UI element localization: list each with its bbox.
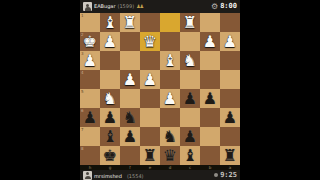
square-h1[interactable]: 1	[80, 13, 100, 32]
square-e1[interactable]	[140, 13, 160, 32]
square-b4[interactable]	[200, 70, 220, 89]
black-bishop: ♝	[180, 146, 200, 165]
top-player-clock: 8:00	[220, 3, 237, 10]
square-a4[interactable]	[220, 70, 240, 89]
black-queen: ♛	[160, 146, 180, 165]
square-a2[interactable]: ♟	[220, 32, 240, 51]
black-bishop: ♝	[100, 127, 120, 146]
square-f7[interactable]: ♟	[120, 127, 140, 146]
square-g7[interactable]: ♝	[100, 127, 120, 146]
rank-label-7: 7	[81, 128, 84, 132]
bottom-player-name: mrsimshed	[94, 173, 122, 179]
white-pawn: ♟	[160, 89, 180, 108]
white-bishop: ♝	[160, 51, 180, 70]
black-king: ♚	[100, 146, 120, 165]
square-a1[interactable]	[220, 13, 240, 32]
bottom-player-clock: 9:25	[220, 172, 237, 179]
square-b7[interactable]	[200, 127, 220, 146]
square-b6[interactable]	[200, 108, 220, 127]
square-d5[interactable]: ♟	[160, 89, 180, 108]
square-c5[interactable]: ♟	[180, 89, 200, 108]
square-b1[interactable]	[200, 13, 220, 32]
square-e8[interactable]: ♜	[140, 146, 160, 165]
square-b3[interactable]	[200, 51, 220, 70]
square-d7[interactable]: ♞	[160, 127, 180, 146]
black-rook: ♜	[220, 146, 240, 165]
square-f3[interactable]	[120, 51, 140, 70]
bottom-player-info: mrsimshed (1554) ♟	[94, 163, 144, 180]
black-pawn: ♟	[180, 127, 200, 146]
chess-board: 1♝♜♜2♚♟♛♟♟3♟♝♞4♟♟5♞♟♟♟6♟♟♞♟7♝♟♞♟8♚♜♛♝♜	[80, 13, 240, 165]
bottom-player-rating: (1554)	[127, 173, 144, 179]
square-f8[interactable]	[120, 146, 140, 165]
black-knight: ♞	[160, 127, 180, 146]
square-c2[interactable]	[180, 32, 200, 51]
square-d6[interactable]	[160, 108, 180, 127]
white-rook: ♜	[120, 13, 140, 32]
rank-label-6: 6	[81, 109, 84, 113]
black-pawn: ♟	[220, 108, 240, 127]
square-g2[interactable]: ♟	[100, 32, 120, 51]
square-g6[interactable]: ♟	[100, 108, 120, 127]
square-c6[interactable]	[180, 108, 200, 127]
square-a7[interactable]	[220, 127, 240, 146]
square-h3[interactable]: 3♟	[80, 51, 100, 70]
rank-label-1: 1	[81, 14, 84, 18]
square-f6[interactable]: ♞	[120, 108, 140, 127]
file-label-d: d	[160, 165, 180, 170]
square-d4[interactable]	[160, 70, 180, 89]
square-f1[interactable]: ♜	[120, 13, 140, 32]
square-d2[interactable]	[160, 32, 180, 51]
white-bishop: ♝	[100, 13, 120, 32]
white-knight: ♞	[180, 51, 200, 70]
square-h6[interactable]: 6♟	[80, 108, 100, 127]
white-pawn: ♟	[120, 70, 140, 89]
square-d3[interactable]: ♝	[160, 51, 180, 70]
square-b8[interactable]	[200, 146, 220, 165]
square-a8[interactable]: ♜	[220, 146, 240, 165]
square-e5[interactable]	[140, 89, 160, 108]
white-pawn: ♟	[200, 32, 220, 51]
square-h5[interactable]: 5	[80, 89, 100, 108]
square-f4[interactable]: ♟	[120, 70, 140, 89]
square-e6[interactable]	[140, 108, 160, 127]
square-e2[interactable]: ♛	[140, 32, 160, 51]
black-pawn: ♟	[120, 127, 140, 146]
square-b5[interactable]: ♟	[200, 89, 220, 108]
square-h8[interactable]: 8	[80, 146, 100, 165]
square-d1[interactable]	[160, 13, 180, 32]
square-h7[interactable]: 7	[80, 127, 100, 146]
square-g3[interactable]	[100, 51, 120, 70]
square-d8[interactable]: ♛	[160, 146, 180, 165]
white-rook: ♜	[180, 13, 200, 32]
square-c7[interactable]: ♟	[180, 127, 200, 146]
rank-label-5: 5	[81, 90, 84, 94]
white-pawn: ♟	[140, 70, 160, 89]
square-c3[interactable]: ♞	[180, 51, 200, 70]
square-c8[interactable]: ♝	[180, 146, 200, 165]
rank-label-4: 4	[81, 71, 84, 75]
square-a5[interactable]	[220, 89, 240, 108]
top-player-captured-pieces: ♟♟	[136, 4, 143, 9]
square-c1[interactable]: ♜	[180, 13, 200, 32]
square-b2[interactable]: ♟	[200, 32, 220, 51]
bottom-player-bar: mrsimshed (1554) ♟ 9:25	[80, 170, 240, 180]
square-g1[interactable]: ♝	[100, 13, 120, 32]
rank-label-2: 2	[81, 33, 84, 37]
square-e4[interactable]: ♟	[140, 70, 160, 89]
white-pawn: ♟	[220, 32, 240, 51]
square-g4[interactable]	[100, 70, 120, 89]
square-g5[interactable]: ♞	[100, 89, 120, 108]
top-player-bar: EABugar (1599) ♟♟ ⚙ 8:00	[80, 0, 240, 13]
status-dot-icon	[214, 173, 218, 177]
rank-label-3: 3	[81, 52, 84, 56]
app-screen: EABugar (1599) ♟♟ ⚙ 8:00 1♝♜♜2♚♟♛♟♟3♟♝♞4…	[0, 0, 320, 180]
black-pawn: ♟	[200, 89, 220, 108]
square-g8[interactable]: ♚	[100, 146, 120, 165]
rank-label-8: 8	[81, 147, 84, 151]
square-e3[interactable]	[140, 51, 160, 70]
square-f2[interactable]	[120, 32, 140, 51]
square-c4[interactable]	[180, 70, 200, 89]
square-f5[interactable]	[120, 89, 140, 108]
black-rook: ♜	[140, 146, 160, 165]
top-player-avatar-icon[interactable]	[83, 2, 92, 11]
file-label-c: c	[180, 165, 200, 170]
white-knight: ♞	[100, 89, 120, 108]
square-e7[interactable]	[140, 127, 160, 146]
square-h4[interactable]: 4	[80, 70, 100, 89]
white-queen: ♛	[140, 32, 160, 51]
black-pawn: ♟	[100, 108, 120, 127]
file-label-a: a	[220, 165, 240, 170]
square-a3[interactable]	[220, 51, 240, 70]
top-player-rating: (1599)	[117, 4, 134, 9]
settings-gear-icon[interactable]: ⚙	[211, 3, 218, 11]
file-label-b: b	[200, 165, 220, 170]
square-h2[interactable]: 2♚	[80, 32, 100, 51]
bottom-player-avatar-icon[interactable]	[83, 171, 92, 180]
black-pawn: ♟	[180, 89, 200, 108]
white-pawn: ♟	[100, 32, 120, 51]
square-a6[interactable]: ♟	[220, 108, 240, 127]
game-column: EABugar (1599) ♟♟ ⚙ 8:00 1♝♜♜2♚♟♛♟♟3♟♝♞4…	[80, 0, 240, 180]
black-knight: ♞	[120, 108, 140, 127]
top-player-name: EABugar	[94, 4, 115, 9]
